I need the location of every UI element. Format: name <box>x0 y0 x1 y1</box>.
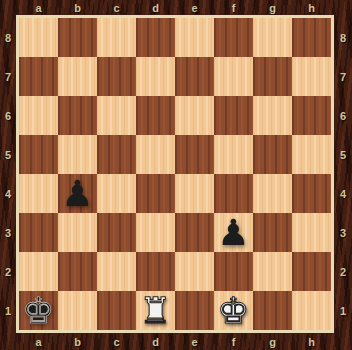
square-h8[interactable] <box>292 18 331 57</box>
rank-label-right-1: 1 <box>334 291 352 330</box>
rank-label-left-5: 5 <box>0 135 16 174</box>
square-g4[interactable] <box>253 174 292 213</box>
file-label-top-d: d <box>136 0 175 15</box>
square-e4[interactable] <box>175 174 214 213</box>
square-c6[interactable] <box>97 96 136 135</box>
square-b3[interactable] <box>58 213 97 252</box>
rank-label-left-1: 1 <box>0 291 16 330</box>
piece-white-king[interactable]: ♚ <box>217 291 249 330</box>
rank-label-left-7: 7 <box>0 57 16 96</box>
rank-label-right-2: 2 <box>334 252 352 291</box>
square-d8[interactable] <box>136 18 175 57</box>
square-a8[interactable] <box>19 18 58 57</box>
square-a3[interactable] <box>19 213 58 252</box>
square-d5[interactable] <box>136 135 175 174</box>
file-label-top-e: e <box>175 0 214 15</box>
rank-label-right-5: 5 <box>334 135 352 174</box>
square-b7[interactable] <box>58 57 97 96</box>
square-h1[interactable] <box>292 291 331 330</box>
square-d6[interactable] <box>136 96 175 135</box>
rank-label-right-3: 3 <box>334 213 352 252</box>
rank-label-right-8: 8 <box>334 18 352 57</box>
square-e6[interactable] <box>175 96 214 135</box>
rank-label-right-7: 7 <box>334 57 352 96</box>
square-f4[interactable] <box>214 174 253 213</box>
square-a6[interactable] <box>19 96 58 135</box>
square-a4[interactable] <box>19 174 58 213</box>
square-f2[interactable] <box>214 252 253 291</box>
square-b5[interactable] <box>58 135 97 174</box>
square-c4[interactable] <box>97 174 136 213</box>
square-b1[interactable] <box>58 291 97 330</box>
square-f1[interactable]: ♚ <box>214 291 253 330</box>
square-c2[interactable] <box>97 252 136 291</box>
square-d1[interactable]: ♜ <box>136 291 175 330</box>
square-e5[interactable] <box>175 135 214 174</box>
square-f5[interactable] <box>214 135 253 174</box>
rank-labels-right: 87654321 <box>334 18 352 330</box>
rank-label-left-3: 3 <box>0 213 16 252</box>
file-label-bottom-c: c <box>97 333 136 350</box>
file-label-top-h: h <box>292 0 331 15</box>
file-label-top-a: a <box>19 0 58 15</box>
square-c8[interactable] <box>97 18 136 57</box>
square-b4[interactable]: ♟ <box>58 174 97 213</box>
square-c1[interactable] <box>97 291 136 330</box>
chess-board[interactable]: ♟♟♚♜♚ <box>19 18 331 330</box>
square-e2[interactable] <box>175 252 214 291</box>
file-label-bottom-b: b <box>58 333 97 350</box>
square-f6[interactable] <box>214 96 253 135</box>
file-label-bottom-g: g <box>253 333 292 350</box>
piece-white-rook[interactable]: ♜ <box>139 291 171 330</box>
square-f3[interactable]: ♟ <box>214 213 253 252</box>
square-g5[interactable] <box>253 135 292 174</box>
rank-label-right-6: 6 <box>334 96 352 135</box>
square-a2[interactable] <box>19 252 58 291</box>
square-f8[interactable] <box>214 18 253 57</box>
file-label-top-g: g <box>253 0 292 15</box>
file-label-bottom-e: e <box>175 333 214 350</box>
chess-board-frame: abcdefgh abcdefgh 87654321 87654321 ♟♟♚♜… <box>0 0 352 350</box>
square-a5[interactable] <box>19 135 58 174</box>
square-a1[interactable]: ♚ <box>19 291 58 330</box>
rank-label-left-2: 2 <box>0 252 16 291</box>
square-b8[interactable] <box>58 18 97 57</box>
square-d2[interactable] <box>136 252 175 291</box>
file-label-top-f: f <box>214 0 253 15</box>
square-g6[interactable] <box>253 96 292 135</box>
square-a7[interactable] <box>19 57 58 96</box>
square-e3[interactable] <box>175 213 214 252</box>
square-h5[interactable] <box>292 135 331 174</box>
square-h3[interactable] <box>292 213 331 252</box>
square-e1[interactable] <box>175 291 214 330</box>
square-c5[interactable] <box>97 135 136 174</box>
file-labels-top: abcdefgh <box>19 0 331 15</box>
square-b2[interactable] <box>58 252 97 291</box>
square-c3[interactable] <box>97 213 136 252</box>
piece-black-king[interactable]: ♚ <box>22 291 54 330</box>
file-label-bottom-h: h <box>292 333 331 350</box>
square-h7[interactable] <box>292 57 331 96</box>
file-label-bottom-f: f <box>214 333 253 350</box>
square-g3[interactable] <box>253 213 292 252</box>
square-g8[interactable] <box>253 18 292 57</box>
rank-label-left-4: 4 <box>0 174 16 213</box>
square-d3[interactable] <box>136 213 175 252</box>
rank-label-left-6: 6 <box>0 96 16 135</box>
square-e8[interactable] <box>175 18 214 57</box>
file-label-bottom-d: d <box>136 333 175 350</box>
square-h6[interactable] <box>292 96 331 135</box>
file-label-top-c: c <box>97 0 136 15</box>
file-label-bottom-a: a <box>19 333 58 350</box>
square-f7[interactable] <box>214 57 253 96</box>
rank-labels-left: 87654321 <box>0 18 16 330</box>
board-inner-frame: ♟♟♚♜♚ <box>16 15 334 333</box>
square-g7[interactable] <box>253 57 292 96</box>
square-c7[interactable] <box>97 57 136 96</box>
square-h2[interactable] <box>292 252 331 291</box>
square-b6[interactable] <box>58 96 97 135</box>
square-h4[interactable] <box>292 174 331 213</box>
file-label-top-b: b <box>58 0 97 15</box>
piece-black-pawn[interactable]: ♟ <box>61 174 93 213</box>
rank-label-right-4: 4 <box>334 174 352 213</box>
piece-black-pawn[interactable]: ♟ <box>217 213 249 252</box>
square-d4[interactable] <box>136 174 175 213</box>
file-labels-bottom: abcdefgh <box>19 333 331 350</box>
square-d7[interactable] <box>136 57 175 96</box>
rank-label-left-8: 8 <box>0 18 16 57</box>
square-g2[interactable] <box>253 252 292 291</box>
square-g1[interactable] <box>253 291 292 330</box>
square-e7[interactable] <box>175 57 214 96</box>
